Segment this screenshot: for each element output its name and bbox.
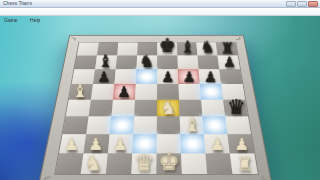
corner-ornament-icon: ❯ xyxy=(259,174,271,180)
white-king-e1[interactable]: ♚ xyxy=(157,150,182,174)
menu-game[interactable]: Game xyxy=(0,17,22,24)
black-pawn-b6[interactable]: ♟ xyxy=(93,69,114,84)
white-rook-h1[interactable]: ♜ xyxy=(232,155,257,174)
black-queen-h4[interactable]: ♛ xyxy=(225,96,248,117)
black-pawn-g6[interactable]: ♟ xyxy=(200,69,221,84)
white-queen-d1[interactable]: ♛ xyxy=(131,151,156,174)
square-b1[interactable]: ♞ xyxy=(81,153,108,174)
square-b5[interactable] xyxy=(91,84,115,100)
square-d4[interactable] xyxy=(134,100,157,117)
square-g2[interactable]: ♟ xyxy=(204,134,230,153)
square-g4[interactable] xyxy=(201,100,225,117)
square-a1[interactable] xyxy=(55,153,83,174)
square-h2[interactable]: ♟ xyxy=(227,134,254,153)
square-g5[interactable] xyxy=(200,84,223,100)
square-a3[interactable] xyxy=(63,116,89,134)
square-e1[interactable]: ♚ xyxy=(157,153,182,174)
black-pawn-e6[interactable]: ♟ xyxy=(157,69,178,84)
black-pawn-h7[interactable]: ♟ xyxy=(219,55,240,70)
square-a2[interactable]: ♟ xyxy=(59,134,86,153)
menu-help[interactable]: Help xyxy=(26,17,44,24)
corner-ornament-icon: ❯ xyxy=(40,174,52,180)
board-scene: ❯ ❯ ❯ ❯ ♚♝♞♜♝♞♟♟♟♟♟♝♟♞♛♝♟♟♟♟♟♞♛♚♜ xyxy=(0,15,320,180)
window-controls xyxy=(286,1,318,7)
white-pawn-a2[interactable]: ♟ xyxy=(59,136,83,154)
square-e3[interactable] xyxy=(157,116,181,134)
maximize-button[interactable] xyxy=(297,1,307,7)
corner-ornament-icon: ❯ xyxy=(70,36,78,42)
black-king-e8[interactable]: ♚ xyxy=(157,37,177,56)
square-c4[interactable] xyxy=(111,100,135,117)
square-f5[interactable] xyxy=(178,84,201,100)
square-c2[interactable]: ♟ xyxy=(108,134,133,153)
menu-bar: Game Help xyxy=(0,8,320,16)
chess-board: ♚♝♞♜♝♞♟♟♟♟♟♝♟♞♛♝♟♟♟♟♟♞♛♚♜ xyxy=(54,42,259,175)
white-pawn-g2[interactable]: ♟ xyxy=(205,136,229,154)
square-f6[interactable]: ♟ xyxy=(178,69,200,84)
square-b4[interactable] xyxy=(89,100,113,117)
black-bishop-f8[interactable]: ♝ xyxy=(177,40,197,56)
square-a7[interactable] xyxy=(74,56,97,70)
square-a5[interactable]: ♝ xyxy=(69,84,93,100)
square-f3[interactable]: ♝ xyxy=(180,116,204,134)
chess-titans-window: { "window": { "title": "Chess Titans", "… xyxy=(0,0,320,180)
square-f8[interactable]: ♝ xyxy=(177,42,198,55)
square-b3[interactable] xyxy=(86,116,111,134)
square-d3[interactable] xyxy=(133,116,157,134)
square-c8[interactable] xyxy=(117,42,138,55)
black-knight-g8[interactable]: ♞ xyxy=(197,40,217,56)
white-bishop-a5[interactable]: ♝ xyxy=(69,82,91,100)
board-frame: ❯ ❯ ❯ ❯ ♚♝♞♜♝♞♟♟♟♟♟♝♟♞♛♝♟♟♟♟♟♞♛♚♜ xyxy=(38,35,272,180)
square-d1[interactable]: ♛ xyxy=(131,153,156,174)
square-c7[interactable] xyxy=(116,56,137,70)
white-knight-b1[interactable]: ♞ xyxy=(81,154,106,175)
black-pawn-c5[interactable]: ♟ xyxy=(113,84,135,100)
square-g3[interactable] xyxy=(202,116,227,134)
square-e8[interactable]: ♚ xyxy=(157,42,177,55)
square-e6[interactable]: ♟ xyxy=(157,69,178,84)
close-button[interactable] xyxy=(308,1,318,7)
square-d5[interactable] xyxy=(135,84,157,100)
square-h6[interactable] xyxy=(219,69,242,84)
square-c1[interactable] xyxy=(106,153,132,174)
square-g8[interactable]: ♞ xyxy=(196,42,217,55)
square-f2[interactable] xyxy=(180,134,205,153)
square-h1[interactable]: ♜ xyxy=(230,153,258,174)
square-d6[interactable] xyxy=(136,69,157,84)
square-a4[interactable] xyxy=(66,100,91,117)
white-pawn-c2[interactable]: ♟ xyxy=(108,136,132,154)
square-c5[interactable]: ♟ xyxy=(113,84,136,100)
app-background: ❯ ❯ ❯ ❯ ♚♝♞♜♝♞♟♟♟♟♟♝♟♞♛♝♟♟♟♟♟♞♛♚♜ xyxy=(0,15,320,180)
square-e4[interactable]: ♞ xyxy=(157,100,180,117)
title-bar: Chess Titans xyxy=(0,0,320,8)
white-pawn-h2[interactable]: ♟ xyxy=(230,136,254,154)
square-f1[interactable] xyxy=(181,153,207,174)
white-knight-e4[interactable]: ♞ xyxy=(157,98,180,117)
square-h7[interactable]: ♟ xyxy=(218,56,240,70)
window-title: Chess Titans xyxy=(3,0,32,7)
square-g6[interactable]: ♟ xyxy=(199,69,222,84)
square-g1[interactable] xyxy=(205,153,232,174)
black-pawn-f6[interactable]: ♟ xyxy=(178,69,199,84)
square-b6[interactable]: ♟ xyxy=(93,69,116,84)
square-d7[interactable]: ♞ xyxy=(136,56,157,70)
board-3d: ❯ ❯ ❯ ❯ ♚♝♞♜♝♞♟♟♟♟♟♝♟♞♛♝♟♟♟♟♟♞♛♚♜ xyxy=(38,35,272,180)
square-h4[interactable]: ♛ xyxy=(223,100,248,117)
square-c3[interactable] xyxy=(110,116,134,134)
square-c6[interactable] xyxy=(114,69,136,84)
minimize-button[interactable] xyxy=(286,1,296,7)
black-knight-d7[interactable]: ♞ xyxy=(137,53,158,70)
white-bishop-f3[interactable]: ♝ xyxy=(180,115,203,134)
square-h3[interactable] xyxy=(225,116,251,134)
